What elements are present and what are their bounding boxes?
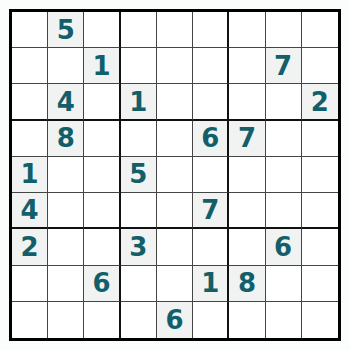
cell-r3c3[interactable] [84,84,120,120]
cell-r7c3[interactable] [84,229,120,265]
cell-r5c2[interactable] [48,157,84,193]
cell-r1c5[interactable] [157,12,193,48]
cell-r6c7[interactable] [229,193,265,229]
cell-r9c9[interactable] [302,302,338,338]
cell-r3c1[interactable] [12,84,48,120]
cell-r2c3[interactable]: 1 [84,48,120,84]
cell-r8c9[interactable] [302,266,338,302]
cell-r6c1[interactable]: 4 [12,193,48,229]
cell-r6c6[interactable]: 7 [193,193,229,229]
cell-r4c2[interactable]: 8 [48,121,84,157]
cell-r9c2[interactable] [48,302,84,338]
cell-r8c4[interactable] [121,266,157,302]
cell-r6c2[interactable] [48,193,84,229]
cell-r2c1[interactable] [12,48,48,84]
cell-r4c4[interactable] [121,121,157,157]
cell-r9c6[interactable] [193,302,229,338]
cell-r8c2[interactable] [48,266,84,302]
cell-r1c2[interactable]: 5 [48,12,84,48]
cell-r9c7[interactable] [229,302,265,338]
cell-r7c6[interactable] [193,229,229,265]
cell-r1c9[interactable] [302,12,338,48]
cell-r6c5[interactable] [157,193,193,229]
cell-r3c6[interactable] [193,84,229,120]
cell-r6c3[interactable] [84,193,120,229]
cell-r5c9[interactable] [302,157,338,193]
cell-r9c1[interactable] [12,302,48,338]
cell-r5c8[interactable] [266,157,302,193]
cell-r4c6[interactable]: 6 [193,121,229,157]
cell-r1c8[interactable] [266,12,302,48]
cell-r5c5[interactable] [157,157,193,193]
cell-r5c7[interactable] [229,157,265,193]
cell-r3c2[interactable]: 4 [48,84,84,120]
cell-r9c3[interactable] [84,302,120,338]
cell-r6c4[interactable] [121,193,157,229]
cell-r9c4[interactable] [121,302,157,338]
cell-r8c7[interactable]: 8 [229,266,265,302]
cell-r9c8[interactable] [266,302,302,338]
cell-r7c2[interactable] [48,229,84,265]
cell-r3c4[interactable]: 1 [121,84,157,120]
cell-r4c5[interactable] [157,121,193,157]
cell-r2c2[interactable] [48,48,84,84]
cell-r1c3[interactable] [84,12,120,48]
cell-r7c5[interactable] [157,229,193,265]
cell-r3c5[interactable] [157,84,193,120]
cell-r8c8[interactable] [266,266,302,302]
cell-r7c8[interactable]: 6 [266,229,302,265]
sudoku-board: 51741286715472366186 [9,9,341,341]
cell-r3c9[interactable]: 2 [302,84,338,120]
cell-r4c9[interactable] [302,121,338,157]
cell-r4c8[interactable] [266,121,302,157]
cell-r3c7[interactable] [229,84,265,120]
cell-r8c3[interactable]: 6 [84,266,120,302]
cell-r1c1[interactable] [12,12,48,48]
cell-r6c9[interactable] [302,193,338,229]
cell-r5c3[interactable] [84,157,120,193]
cell-r2c9[interactable] [302,48,338,84]
cell-r7c1[interactable]: 2 [12,229,48,265]
cell-r6c8[interactable] [266,193,302,229]
cell-r4c7[interactable]: 7 [229,121,265,157]
cell-r2c7[interactable] [229,48,265,84]
cell-r4c3[interactable] [84,121,120,157]
cell-r2c5[interactable] [157,48,193,84]
cell-r8c1[interactable] [12,266,48,302]
cell-r2c8[interactable]: 7 [266,48,302,84]
cell-r5c6[interactable] [193,157,229,193]
cell-r7c7[interactable] [229,229,265,265]
cell-r4c1[interactable] [12,121,48,157]
cell-r2c6[interactable] [193,48,229,84]
cell-r1c7[interactable] [229,12,265,48]
cell-r5c4[interactable]: 5 [121,157,157,193]
cell-r9c5[interactable]: 6 [157,302,193,338]
cell-r3c8[interactable] [266,84,302,120]
cell-r1c4[interactable] [121,12,157,48]
cell-r1c6[interactable] [193,12,229,48]
cell-r8c5[interactable] [157,266,193,302]
cell-r7c4[interactable]: 3 [121,229,157,265]
cell-r2c4[interactable] [121,48,157,84]
cell-r7c9[interactable] [302,229,338,265]
cell-r8c6[interactable]: 1 [193,266,229,302]
cell-r5c1[interactable]: 1 [12,157,48,193]
